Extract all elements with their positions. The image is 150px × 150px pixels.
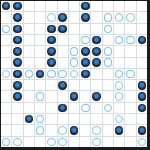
black-circle bbox=[115, 126, 123, 134]
cell-r1c6[interactable] bbox=[69, 12, 79, 22]
white-circle bbox=[104, 47, 112, 55]
black-circle bbox=[81, 13, 89, 21]
cell-r1c2[interactable] bbox=[24, 12, 34, 22]
cell-r9c6[interactable] bbox=[69, 103, 79, 113]
white-circle bbox=[115, 13, 123, 21]
cell-r8c7[interactable] bbox=[80, 91, 90, 101]
cell-r10c7[interactable] bbox=[80, 114, 90, 124]
white-circle bbox=[92, 138, 100, 146]
black-circle bbox=[70, 126, 78, 134]
cell-r6c12[interactable] bbox=[137, 69, 147, 79]
cell-r9c9 bbox=[103, 103, 113, 113]
cell-r11c9[interactable] bbox=[103, 125, 113, 135]
black-circle bbox=[138, 81, 146, 89]
cell-r2c12[interactable] bbox=[137, 24, 147, 34]
cell-r3c5[interactable] bbox=[58, 35, 68, 45]
cell-r6c6 bbox=[69, 69, 79, 79]
black-circle bbox=[13, 70, 21, 78]
cell-r11c12 bbox=[137, 125, 147, 135]
cell-r12c2[interactable] bbox=[24, 137, 34, 147]
cell-r11c5 bbox=[58, 125, 68, 135]
cell-r8c4[interactable] bbox=[46, 91, 56, 101]
cell-r2c7[interactable] bbox=[80, 24, 90, 34]
cell-r9c11[interactable] bbox=[125, 103, 135, 113]
cell-r0c10[interactable] bbox=[114, 1, 124, 11]
black-circle bbox=[13, 92, 21, 100]
white-circle bbox=[81, 36, 89, 44]
cell-r3c1 bbox=[12, 35, 22, 45]
cell-r1c12[interactable] bbox=[137, 12, 147, 22]
black-circle bbox=[58, 104, 66, 112]
white-circle bbox=[70, 70, 78, 78]
cell-r5c0[interactable] bbox=[1, 58, 11, 68]
cell-r12c6[interactable] bbox=[69, 137, 79, 147]
cell-r2c0 bbox=[1, 24, 11, 34]
cell-r6c3 bbox=[35, 69, 45, 79]
cell-r9c1[interactable] bbox=[12, 103, 22, 113]
cell-r10c3 bbox=[35, 114, 45, 124]
cell-r2c9 bbox=[103, 24, 113, 34]
white-circle bbox=[36, 92, 44, 100]
cell-r4c6 bbox=[69, 46, 79, 56]
cell-r12c10[interactable] bbox=[114, 137, 124, 147]
cell-r0c12[interactable] bbox=[137, 1, 147, 11]
white-circle bbox=[47, 138, 55, 146]
cell-r7c1 bbox=[12, 80, 22, 90]
cell-r7c2[interactable] bbox=[24, 80, 34, 90]
white-circle bbox=[58, 138, 66, 146]
cell-r11c7[interactable] bbox=[80, 125, 90, 135]
cell-r2c4 bbox=[46, 24, 56, 34]
white-circle bbox=[70, 58, 78, 66]
cell-r12c1 bbox=[12, 137, 22, 147]
cell-r11c11[interactable] bbox=[125, 125, 135, 135]
yin-yang-board bbox=[0, 0, 150, 150]
cell-r12c3[interactable] bbox=[35, 137, 45, 147]
cell-r4c12[interactable] bbox=[137, 46, 147, 56]
white-circle bbox=[70, 47, 78, 55]
white-circle bbox=[47, 13, 55, 21]
cell-r10c6[interactable] bbox=[69, 114, 79, 124]
cell-r1c8[interactable] bbox=[91, 12, 101, 22]
cell-r5c2[interactable] bbox=[24, 58, 34, 68]
cell-r0c9[interactable] bbox=[103, 1, 113, 11]
black-circle bbox=[92, 58, 100, 66]
cell-r11c4[interactable] bbox=[46, 125, 56, 135]
cell-r4c8 bbox=[91, 46, 101, 56]
cell-r2c2[interactable] bbox=[24, 24, 34, 34]
cell-r6c4 bbox=[46, 69, 56, 79]
cell-r4c0[interactable] bbox=[1, 46, 11, 56]
cell-r12c4 bbox=[46, 137, 56, 147]
cell-r8c10 bbox=[114, 91, 124, 101]
cell-r9c10[interactable] bbox=[114, 103, 124, 113]
white-circle bbox=[25, 70, 33, 78]
cell-r6c5 bbox=[58, 69, 68, 79]
cell-r12c11[interactable] bbox=[125, 137, 135, 147]
cell-r8c12 bbox=[137, 91, 147, 101]
cell-r3c7 bbox=[80, 35, 90, 45]
cell-r10c12[interactable] bbox=[137, 114, 147, 124]
cell-r6c7 bbox=[80, 69, 90, 79]
cell-r12c9[interactable] bbox=[103, 137, 113, 147]
cell-r3c10 bbox=[114, 35, 124, 45]
cell-r0c5[interactable] bbox=[58, 1, 68, 11]
black-circle bbox=[92, 36, 100, 44]
cell-r12c7[interactable] bbox=[80, 137, 90, 147]
black-circle bbox=[2, 2, 10, 10]
cell-r8c11[interactable] bbox=[125, 91, 135, 101]
cell-r4c4 bbox=[46, 46, 56, 56]
white-circle bbox=[115, 36, 123, 44]
black-circle bbox=[13, 13, 21, 21]
cell-r10c8[interactable] bbox=[91, 114, 101, 124]
black-circle bbox=[58, 13, 66, 21]
cell-r0c6[interactable] bbox=[69, 1, 79, 11]
black-circle bbox=[47, 47, 55, 55]
cell-r3c8 bbox=[91, 35, 101, 45]
white-circle bbox=[126, 70, 134, 78]
cell-r2c3[interactable] bbox=[35, 24, 45, 34]
cell-r5c4 bbox=[46, 58, 56, 68]
cell-r8c5[interactable] bbox=[58, 91, 68, 101]
white-circle bbox=[104, 104, 112, 112]
cell-r7c8[interactable] bbox=[91, 80, 101, 90]
cell-r2c11[interactable] bbox=[125, 24, 135, 34]
cell-r6c11 bbox=[125, 69, 135, 79]
cell-r9c2[interactable] bbox=[24, 103, 34, 113]
cell-r1c11 bbox=[125, 12, 135, 22]
black-circle bbox=[92, 92, 100, 100]
white-circle bbox=[58, 70, 66, 78]
black-circle bbox=[70, 92, 78, 100]
cell-r6c9[interactable] bbox=[103, 69, 113, 79]
cell-r8c9[interactable] bbox=[103, 91, 113, 101]
black-circle bbox=[92, 47, 100, 55]
cell-r10c0[interactable] bbox=[1, 114, 11, 124]
cell-r6c8[interactable] bbox=[91, 69, 101, 79]
white-circle bbox=[104, 58, 112, 66]
cell-r12c5 bbox=[58, 137, 68, 147]
cell-r9c4[interactable] bbox=[46, 103, 56, 113]
white-circle bbox=[2, 138, 10, 146]
cell-r7c10 bbox=[114, 80, 124, 90]
cell-r4c9 bbox=[103, 46, 113, 56]
cell-r5c12[interactable] bbox=[137, 58, 147, 68]
cell-r5c10[interactable] bbox=[114, 58, 124, 68]
cell-r7c5 bbox=[58, 80, 68, 90]
cell-r7c12 bbox=[137, 80, 147, 90]
cell-r8c2[interactable] bbox=[24, 91, 34, 101]
black-circle bbox=[13, 2, 21, 10]
cell-r7c11[interactable] bbox=[125, 80, 135, 90]
black-circle bbox=[13, 47, 21, 55]
cell-r7c9[interactable] bbox=[103, 80, 113, 90]
cell-r3c9[interactable] bbox=[103, 35, 113, 45]
cell-r3c0[interactable] bbox=[1, 35, 11, 45]
black-circle bbox=[13, 36, 21, 44]
white-circle bbox=[126, 36, 134, 44]
cell-r6c10 bbox=[114, 69, 124, 79]
cell-r1c3[interactable] bbox=[35, 12, 45, 22]
cell-r5c3[interactable] bbox=[35, 58, 45, 68]
cell-r12c0 bbox=[1, 137, 11, 147]
cell-r9c5 bbox=[58, 103, 68, 113]
black-circle bbox=[47, 58, 55, 66]
cell-r7c0[interactable] bbox=[1, 80, 11, 90]
cell-r5c6 bbox=[69, 58, 79, 68]
black-circle bbox=[138, 36, 146, 44]
black-circle bbox=[58, 25, 66, 33]
black-circle bbox=[138, 126, 146, 134]
black-circle bbox=[138, 104, 146, 112]
cell-r4c10[interactable] bbox=[114, 46, 124, 56]
cell-r3c3[interactable] bbox=[35, 35, 45, 45]
cell-r9c3[interactable] bbox=[35, 103, 45, 113]
cell-r5c1 bbox=[12, 58, 22, 68]
cell-r11c3 bbox=[35, 125, 45, 135]
cell-r11c0[interactable] bbox=[1, 125, 11, 135]
cell-r7c7[interactable] bbox=[80, 80, 90, 90]
black-circle bbox=[138, 92, 146, 100]
cell-r11c8 bbox=[91, 125, 101, 135]
black-circle bbox=[36, 70, 44, 78]
cell-r3c11 bbox=[125, 35, 135, 45]
black-circle bbox=[47, 36, 55, 44]
black-circle bbox=[81, 2, 89, 10]
cell-r3c2[interactable] bbox=[24, 35, 34, 45]
cell-r0c4[interactable] bbox=[46, 1, 56, 11]
cell-r6c2 bbox=[24, 69, 34, 79]
cell-r7c3[interactable] bbox=[35, 80, 45, 90]
cell-r10c10 bbox=[114, 114, 124, 124]
cell-r1c7 bbox=[80, 12, 90, 22]
cell-r1c9 bbox=[103, 12, 113, 22]
cell-r2c5 bbox=[58, 24, 68, 34]
cell-r9c0[interactable] bbox=[1, 103, 11, 113]
white-circle bbox=[92, 126, 100, 134]
cell-r1c5 bbox=[58, 12, 68, 22]
white-circle bbox=[115, 81, 123, 89]
cell-r10c11[interactable] bbox=[125, 114, 135, 124]
white-circle bbox=[115, 115, 123, 123]
cell-r2c6[interactable] bbox=[69, 24, 79, 34]
cell-r6c1 bbox=[12, 69, 22, 79]
cell-r8c1 bbox=[12, 91, 22, 101]
cell-r4c7 bbox=[80, 46, 90, 56]
cell-r7c4[interactable] bbox=[46, 80, 56, 90]
black-circle bbox=[13, 81, 21, 89]
cell-r5c5[interactable] bbox=[58, 58, 68, 68]
white-circle bbox=[13, 138, 21, 146]
cell-r6c0 bbox=[1, 69, 11, 79]
cell-r10c9[interactable] bbox=[103, 114, 113, 124]
cell-r0c1 bbox=[12, 1, 22, 11]
cell-r5c7 bbox=[80, 58, 90, 68]
cell-r8c8 bbox=[91, 91, 101, 101]
cell-r1c4 bbox=[46, 12, 56, 22]
cell-r11c1[interactable] bbox=[12, 125, 22, 135]
white-circle bbox=[47, 70, 55, 78]
cell-r0c8[interactable] bbox=[91, 1, 101, 11]
cell-r4c5[interactable] bbox=[58, 46, 68, 56]
cell-r0c11[interactable] bbox=[125, 1, 135, 11]
white-circle bbox=[81, 104, 89, 112]
white-circle bbox=[104, 25, 112, 33]
cell-r3c6[interactable] bbox=[69, 35, 79, 45]
cell-r1c1 bbox=[12, 12, 22, 22]
cell-r10c2 bbox=[24, 114, 34, 124]
cell-r8c6 bbox=[69, 91, 79, 101]
cell-r10c5[interactable] bbox=[58, 114, 68, 124]
cell-r5c9 bbox=[103, 58, 113, 68]
white-circle bbox=[115, 92, 123, 100]
cell-r4c2[interactable] bbox=[24, 46, 34, 56]
black-circle bbox=[81, 47, 89, 55]
cell-r7c6[interactable] bbox=[69, 80, 79, 90]
cell-r3c12 bbox=[137, 35, 147, 45]
cell-r0c7 bbox=[80, 1, 90, 11]
cell-r2c8[interactable] bbox=[91, 24, 101, 34]
cell-r0c0 bbox=[1, 1, 11, 11]
cell-r11c2[interactable] bbox=[24, 125, 34, 135]
cell-r1c10 bbox=[114, 12, 124, 22]
white-circle bbox=[36, 115, 44, 123]
cell-r12c12 bbox=[137, 137, 147, 147]
white-circle bbox=[138, 138, 146, 146]
cell-r3c4 bbox=[46, 35, 56, 45]
cell-r4c3[interactable] bbox=[35, 46, 45, 56]
black-circle bbox=[13, 25, 21, 33]
cell-r8c0[interactable] bbox=[1, 91, 11, 101]
black-circle bbox=[81, 58, 89, 66]
black-circle bbox=[13, 58, 21, 66]
white-circle bbox=[36, 126, 44, 134]
white-circle bbox=[115, 70, 123, 78]
cell-r2c1 bbox=[12, 24, 22, 34]
white-circle bbox=[126, 13, 134, 21]
white-circle bbox=[2, 25, 10, 33]
cell-r0c3[interactable] bbox=[35, 1, 45, 11]
cell-r4c11[interactable] bbox=[125, 46, 135, 56]
cell-r9c8[interactable] bbox=[91, 103, 101, 113]
black-circle bbox=[58, 81, 66, 89]
cell-r11c6 bbox=[69, 125, 79, 135]
cell-r9c7 bbox=[80, 103, 90, 113]
cell-r1c0[interactable] bbox=[1, 12, 11, 22]
white-circle bbox=[58, 126, 66, 134]
cell-r5c8 bbox=[91, 58, 101, 68]
cell-r11c10 bbox=[114, 125, 124, 135]
cell-r10c1[interactable] bbox=[12, 114, 22, 124]
cell-r0c2[interactable] bbox=[24, 1, 34, 11]
cell-r12c8 bbox=[91, 137, 101, 147]
cell-r2c10[interactable] bbox=[114, 24, 124, 34]
cell-r5c11[interactable] bbox=[125, 58, 135, 68]
cell-r10c4[interactable] bbox=[46, 114, 56, 124]
cell-r9c12 bbox=[137, 103, 147, 113]
black-circle bbox=[25, 115, 33, 123]
black-circle bbox=[47, 25, 55, 33]
cell-r4c1 bbox=[12, 46, 22, 56]
black-circle bbox=[81, 70, 89, 78]
cell-r8c3 bbox=[35, 91, 45, 101]
white-circle bbox=[2, 70, 10, 78]
white-circle bbox=[104, 13, 112, 21]
